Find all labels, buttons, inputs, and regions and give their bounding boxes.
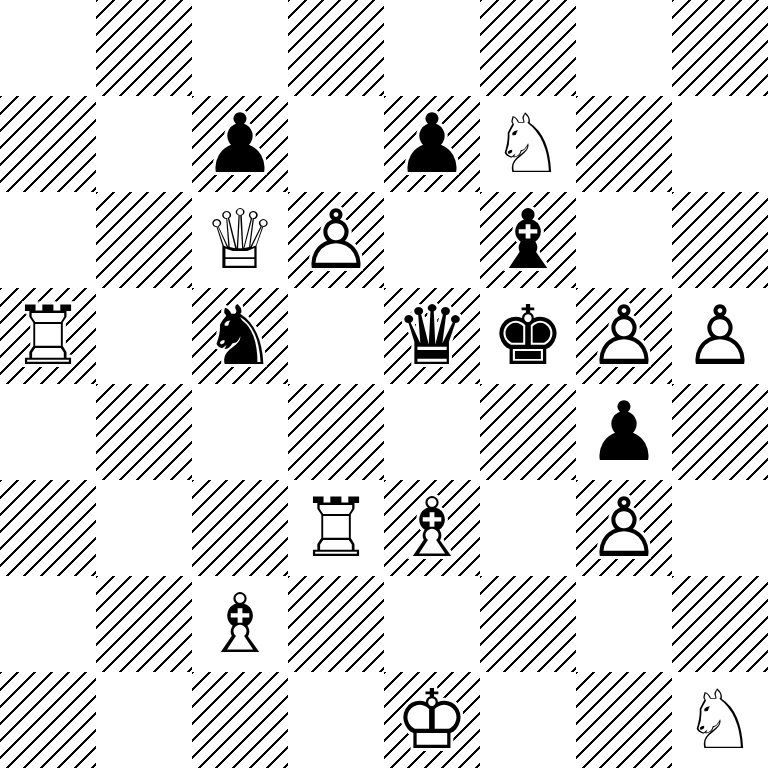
square-h8[interactable] <box>672 0 768 96</box>
piece-black-knight-c5[interactable]: ♞♞ <box>192 288 288 384</box>
square-c8[interactable] <box>192 0 288 96</box>
piece-black-pawn-g4[interactable]: ♟♟ <box>576 384 672 480</box>
square-b1[interactable] <box>96 672 192 768</box>
square-a5[interactable]: ♜♖ <box>0 288 96 384</box>
square-c6[interactable]: ♛♕ <box>192 192 288 288</box>
piece-white-queen-c6[interactable]: ♛♕ <box>192 192 288 288</box>
square-c3[interactable] <box>192 480 288 576</box>
square-h2[interactable] <box>672 576 768 672</box>
square-e5[interactable]: ♛♛ <box>384 288 480 384</box>
square-c7[interactable]: ♟♟ <box>192 96 288 192</box>
square-h6[interactable] <box>672 192 768 288</box>
black-king-icon: ♚ <box>480 288 576 384</box>
square-a1[interactable] <box>0 672 96 768</box>
square-d4[interactable] <box>288 384 384 480</box>
square-d2[interactable] <box>288 576 384 672</box>
square-g8[interactable] <box>576 0 672 96</box>
piece-white-rook-a5[interactable]: ♜♖ <box>0 288 96 384</box>
piece-black-king-f5[interactable]: ♚♚ <box>480 288 576 384</box>
square-b8[interactable] <box>96 0 192 96</box>
white-knight-icon: ♘ <box>480 96 576 192</box>
black-queen-icon: ♛ <box>384 288 480 384</box>
white-pawn-icon: ♙ <box>672 288 768 384</box>
square-b7[interactable] <box>96 96 192 192</box>
piece-white-pawn-d6[interactable]: ♟♙ <box>288 192 384 288</box>
piece-white-bishop-e3[interactable]: ♝♗ <box>384 480 480 576</box>
square-b3[interactable] <box>96 480 192 576</box>
square-c2[interactable]: ♝♗ <box>192 576 288 672</box>
square-b4[interactable] <box>96 384 192 480</box>
square-h3[interactable] <box>672 480 768 576</box>
square-f2[interactable] <box>480 576 576 672</box>
square-f1[interactable] <box>480 672 576 768</box>
piece-black-bishop-f6[interactable]: ♝♝ <box>480 192 576 288</box>
square-d1[interactable] <box>288 672 384 768</box>
square-a2[interactable] <box>0 576 96 672</box>
piece-white-knight-f7[interactable]: ♞♘ <box>480 96 576 192</box>
square-d3[interactable]: ♜♖ <box>288 480 384 576</box>
square-d5[interactable] <box>288 288 384 384</box>
square-e8[interactable] <box>384 0 480 96</box>
white-queen-icon: ♕ <box>192 192 288 288</box>
square-h1[interactable]: ♞♘ <box>672 672 768 768</box>
square-f8[interactable] <box>480 0 576 96</box>
square-e7[interactable]: ♟♟ <box>384 96 480 192</box>
white-pawn-icon: ♙ <box>576 480 672 576</box>
white-rook-icon: ♖ <box>0 288 96 384</box>
chess-board: ♟♟♟♟♞♘♛♕♟♙♝♝♜♖♞♞♛♛♚♚♟♙♟♙♟♟♜♖♝♗♟♙♝♗♚♔♞♘ <box>0 0 768 768</box>
square-b6[interactable] <box>96 192 192 288</box>
white-rook-icon: ♖ <box>288 480 384 576</box>
square-f6[interactable]: ♝♝ <box>480 192 576 288</box>
square-h5[interactable]: ♟♙ <box>672 288 768 384</box>
piece-white-pawn-g5[interactable]: ♟♙ <box>576 288 672 384</box>
square-c1[interactable] <box>192 672 288 768</box>
white-bishop-icon: ♗ <box>192 576 288 672</box>
square-a3[interactable] <box>0 480 96 576</box>
white-pawn-icon: ♙ <box>576 288 672 384</box>
piece-black-pawn-e7[interactable]: ♟♟ <box>384 96 480 192</box>
black-pawn-icon: ♟ <box>384 96 480 192</box>
black-knight-icon: ♞ <box>192 288 288 384</box>
white-pawn-icon: ♙ <box>288 192 384 288</box>
piece-white-pawn-g3[interactable]: ♟♙ <box>576 480 672 576</box>
square-d8[interactable] <box>288 0 384 96</box>
square-a4[interactable] <box>0 384 96 480</box>
square-d7[interactable] <box>288 96 384 192</box>
square-f5[interactable]: ♚♚ <box>480 288 576 384</box>
square-a7[interactable] <box>0 96 96 192</box>
square-c4[interactable] <box>192 384 288 480</box>
square-e4[interactable] <box>384 384 480 480</box>
white-knight-icon: ♘ <box>672 672 768 768</box>
piece-white-bishop-c2[interactable]: ♝♗ <box>192 576 288 672</box>
square-a6[interactable] <box>0 192 96 288</box>
white-king-icon: ♔ <box>384 672 480 768</box>
square-a8[interactable] <box>0 0 96 96</box>
square-b2[interactable] <box>96 576 192 672</box>
square-e1[interactable]: ♚♔ <box>384 672 480 768</box>
square-h7[interactable] <box>672 96 768 192</box>
square-e3[interactable]: ♝♗ <box>384 480 480 576</box>
black-bishop-icon: ♝ <box>480 192 576 288</box>
piece-black-queen-e5[interactable]: ♛♛ <box>384 288 480 384</box>
square-f3[interactable] <box>480 480 576 576</box>
square-g2[interactable] <box>576 576 672 672</box>
square-e6[interactable] <box>384 192 480 288</box>
square-g4[interactable]: ♟♟ <box>576 384 672 480</box>
black-pawn-icon: ♟ <box>192 96 288 192</box>
square-b5[interactable] <box>96 288 192 384</box>
square-h4[interactable] <box>672 384 768 480</box>
piece-white-knight-h1[interactable]: ♞♘ <box>672 672 768 768</box>
piece-white-pawn-h5[interactable]: ♟♙ <box>672 288 768 384</box>
square-g6[interactable] <box>576 192 672 288</box>
square-c5[interactable]: ♞♞ <box>192 288 288 384</box>
white-bishop-icon: ♗ <box>384 480 480 576</box>
piece-black-pawn-c7[interactable]: ♟♟ <box>192 96 288 192</box>
square-f7[interactable]: ♞♘ <box>480 96 576 192</box>
square-g1[interactable] <box>576 672 672 768</box>
piece-white-king-e1[interactable]: ♚♔ <box>384 672 480 768</box>
square-g3[interactable]: ♟♙ <box>576 480 672 576</box>
piece-white-rook-d3[interactable]: ♜♖ <box>288 480 384 576</box>
black-pawn-icon: ♟ <box>576 384 672 480</box>
square-d6[interactable]: ♟♙ <box>288 192 384 288</box>
square-g5[interactable]: ♟♙ <box>576 288 672 384</box>
square-f4[interactable] <box>480 384 576 480</box>
square-g7[interactable] <box>576 96 672 192</box>
square-e2[interactable] <box>384 576 480 672</box>
